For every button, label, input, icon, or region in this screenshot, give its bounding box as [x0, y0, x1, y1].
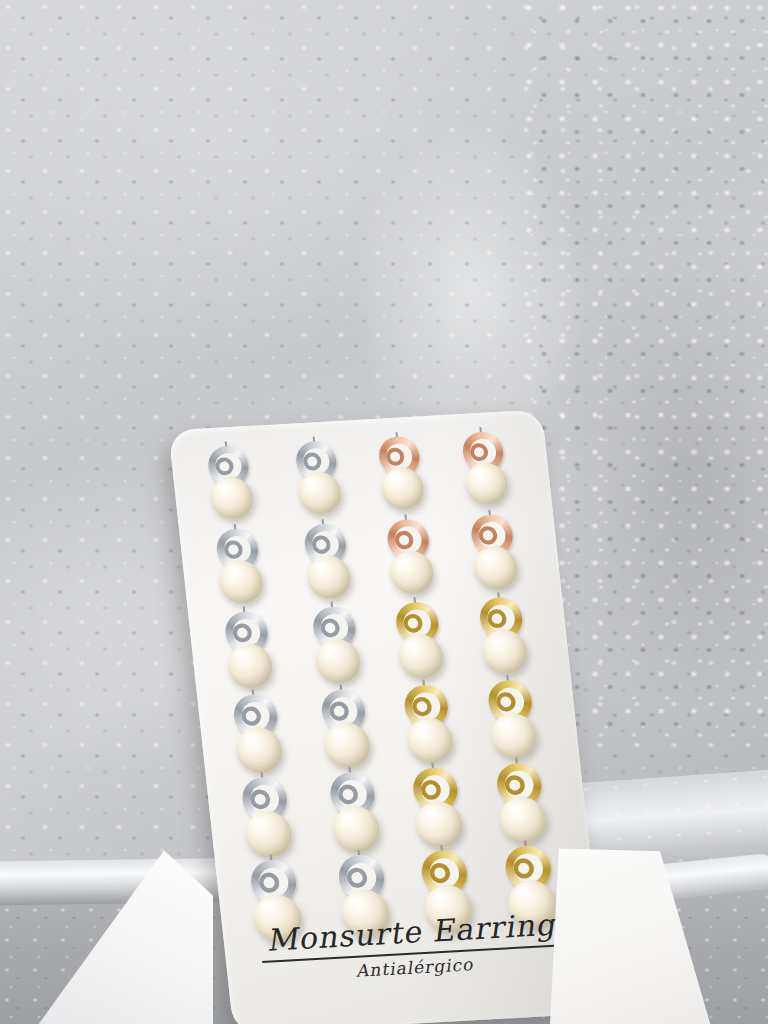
pearl-icon [243, 810, 294, 859]
pearl-icon [405, 717, 455, 764]
earring-stud-rose-gold [437, 425, 532, 512]
pearl-icon [489, 712, 539, 759]
earring-stud-silver [288, 599, 385, 691]
earring-stud-rose-gold [363, 512, 456, 601]
pearl-icon [388, 550, 436, 595]
pearl-icon [497, 796, 548, 845]
photo-stage: Monsurte Earring Antialérgico [0, 0, 768, 1024]
pearl-icon [396, 633, 445, 679]
earring-display-card: Monsurte Earring Antialérgico [168, 410, 607, 1024]
earring-grid [180, 425, 577, 940]
earring-stud-silver [188, 521, 291, 611]
pearl-icon [379, 466, 425, 510]
earring-stud-silver [180, 439, 281, 527]
pearl-icon [217, 559, 265, 604]
earring-stud-rose-gold [356, 429, 447, 516]
pearl-icon [322, 721, 372, 768]
pearl-icon [472, 545, 520, 590]
earring-stud-gold [371, 595, 466, 687]
earring-stud-silver [280, 517, 375, 606]
pearl-icon [480, 629, 529, 675]
pearl-icon [226, 643, 275, 689]
earring-stud-gold [453, 590, 553, 682]
earring-stud-silver [272, 434, 365, 521]
earring-stud-gold [461, 672, 563, 766]
earring-stud-rose-gold [445, 507, 542, 597]
earring-stud-gold [469, 755, 573, 851]
pearl-icon [314, 638, 363, 684]
pearl-icon [209, 476, 255, 520]
pearl-icon [463, 462, 509, 506]
pearl-icon [414, 800, 465, 849]
earring-stud-silver [203, 686, 311, 780]
pearl-icon [297, 471, 343, 515]
earring-stud-silver [195, 604, 301, 696]
pearl-icon [331, 805, 382, 854]
pearl-icon [234, 726, 284, 773]
pearl-icon [305, 554, 353, 599]
